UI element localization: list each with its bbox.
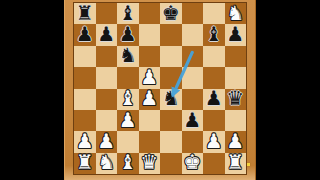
piece-black-rook-a8[interactable]: ♜ <box>76 3 94 23</box>
chess-board[interactable]: ♜♝♚♞♟♟♟♝♟♞♟♝♟♞♟♛♟♟♟♟♟♟♜♞♝♛♚♜ <box>74 3 246 174</box>
letterbox-right <box>256 0 320 180</box>
square-c6[interactable]: ♞ <box>117 46 139 67</box>
piece-white-pawn-c3[interactable]: ♟ <box>119 110 137 130</box>
square-f8[interactable] <box>182 3 204 24</box>
piece-black-bishop-g7[interactable]: ♝ <box>205 24 223 44</box>
frame-corner-pin <box>247 163 250 166</box>
square-a4[interactable] <box>74 89 96 110</box>
piece-white-pawn-d4[interactable]: ♟ <box>140 88 158 108</box>
piece-white-pawn-d5[interactable]: ♟ <box>140 67 158 87</box>
square-e8[interactable]: ♚ <box>160 3 182 24</box>
piece-black-pawn-h7[interactable]: ♟ <box>226 24 244 44</box>
piece-white-pawn-b2[interactable]: ♟ <box>97 131 115 151</box>
piece-white-rook-a1[interactable]: ♜ <box>76 152 94 172</box>
square-h6[interactable] <box>225 46 247 67</box>
piece-black-pawn-c7[interactable]: ♟ <box>119 24 137 44</box>
square-c1[interactable]: ♝ <box>117 153 139 174</box>
square-h4[interactable]: ♛ <box>225 89 247 110</box>
square-e6[interactable] <box>160 46 182 67</box>
square-d4[interactable]: ♟ <box>139 89 161 110</box>
letterbox-left <box>0 0 64 180</box>
square-c3[interactable]: ♟ <box>117 110 139 131</box>
piece-black-bishop-c8[interactable]: ♝ <box>119 3 137 23</box>
piece-black-pawn-g4[interactable]: ♟ <box>205 88 223 108</box>
piece-white-king-f1[interactable]: ♚ <box>183 152 201 172</box>
square-h7[interactable]: ♟ <box>225 24 247 45</box>
piece-white-knight-b1[interactable]: ♞ <box>97 152 115 172</box>
piece-white-queen-d1[interactable]: ♛ <box>140 152 158 172</box>
square-g1[interactable] <box>203 153 225 174</box>
piece-white-bishop-c1[interactable]: ♝ <box>119 152 137 172</box>
square-a7[interactable]: ♟ <box>74 24 96 45</box>
piece-white-pawn-a2[interactable]: ♟ <box>76 131 94 151</box>
square-b4[interactable] <box>96 89 118 110</box>
piece-black-king-e8[interactable]: ♚ <box>162 3 180 23</box>
square-g2[interactable]: ♟ <box>203 131 225 152</box>
piece-white-knight-h8[interactable]: ♞ <box>226 3 244 23</box>
piece-white-rook-h1[interactable]: ♜ <box>226 152 244 172</box>
piece-black-knight-c6[interactable]: ♞ <box>119 45 137 65</box>
square-h1[interactable]: ♜ <box>225 153 247 174</box>
piece-black-pawn-b7[interactable]: ♟ <box>97 24 115 44</box>
square-a6[interactable] <box>74 46 96 67</box>
square-f5[interactable] <box>182 67 204 88</box>
piece-black-pawn-f3[interactable]: ♟ <box>183 110 201 130</box>
square-f7[interactable] <box>182 24 204 45</box>
square-e3[interactable] <box>160 110 182 131</box>
square-e4[interactable]: ♞ <box>160 89 182 110</box>
square-b6[interactable] <box>96 46 118 67</box>
square-a5[interactable] <box>74 67 96 88</box>
piece-black-pawn-a7[interactable]: ♟ <box>76 24 94 44</box>
square-e7[interactable] <box>160 24 182 45</box>
square-f6[interactable] <box>182 46 204 67</box>
square-a1[interactable]: ♜ <box>74 153 96 174</box>
piece-black-queen-h4[interactable]: ♛ <box>226 88 244 108</box>
square-b1[interactable]: ♞ <box>96 153 118 174</box>
square-d8[interactable] <box>139 3 161 24</box>
square-b7[interactable]: ♟ <box>96 24 118 45</box>
square-g6[interactable] <box>203 46 225 67</box>
square-d3[interactable] <box>139 110 161 131</box>
square-d1[interactable]: ♛ <box>139 153 161 174</box>
square-f1[interactable]: ♚ <box>182 153 204 174</box>
square-g7[interactable]: ♝ <box>203 24 225 45</box>
square-b5[interactable] <box>96 67 118 88</box>
square-f3[interactable]: ♟ <box>182 110 204 131</box>
square-e1[interactable] <box>160 153 182 174</box>
square-d7[interactable] <box>139 24 161 45</box>
piece-white-pawn-h2[interactable]: ♟ <box>226 131 244 151</box>
square-e2[interactable] <box>160 131 182 152</box>
piece-white-pawn-g2[interactable]: ♟ <box>205 131 223 151</box>
piece-black-knight-e4[interactable]: ♞ <box>162 88 180 108</box>
board-frame: ♜♝♚♞♟♟♟♝♟♞♟♝♟♞♟♛♟♟♟♟♟♟♜♞♝♛♚♜ <box>64 0 256 180</box>
piece-white-bishop-c4[interactable]: ♝ <box>119 88 137 108</box>
square-g4[interactable]: ♟ <box>203 89 225 110</box>
